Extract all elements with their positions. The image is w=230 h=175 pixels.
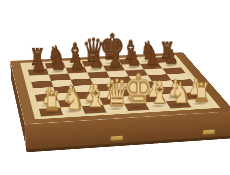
square-a1: ♜ xyxy=(39,108,63,117)
piece-white-rook-a1: ♜ xyxy=(32,89,71,115)
chess-board: ♜♞♝♛♚♝♞♜♟♟♟♟♟♟♟♟♟♟♟♟♟♟♟♟♜♞♝♛♚♝♞♜ xyxy=(26,57,212,117)
hinge-icon xyxy=(203,130,215,135)
hinge-icon xyxy=(111,136,123,141)
chess-box: ♜♞♝♛♚♝♞♜♟♟♟♟♟♟♟♟♟♟♟♟♟♟♟♟♜♞♝♛♚♝♞♜ xyxy=(10,52,230,124)
piece-black-pawn-a7: ♟ xyxy=(22,54,56,74)
photo-scene: ♜♞♝♛♚♝♞♜♟♟♟♟♟♟♟♟♟♟♟♟♟♟♟♟♜♞♝♛♚♝♞♜ xyxy=(0,0,230,175)
